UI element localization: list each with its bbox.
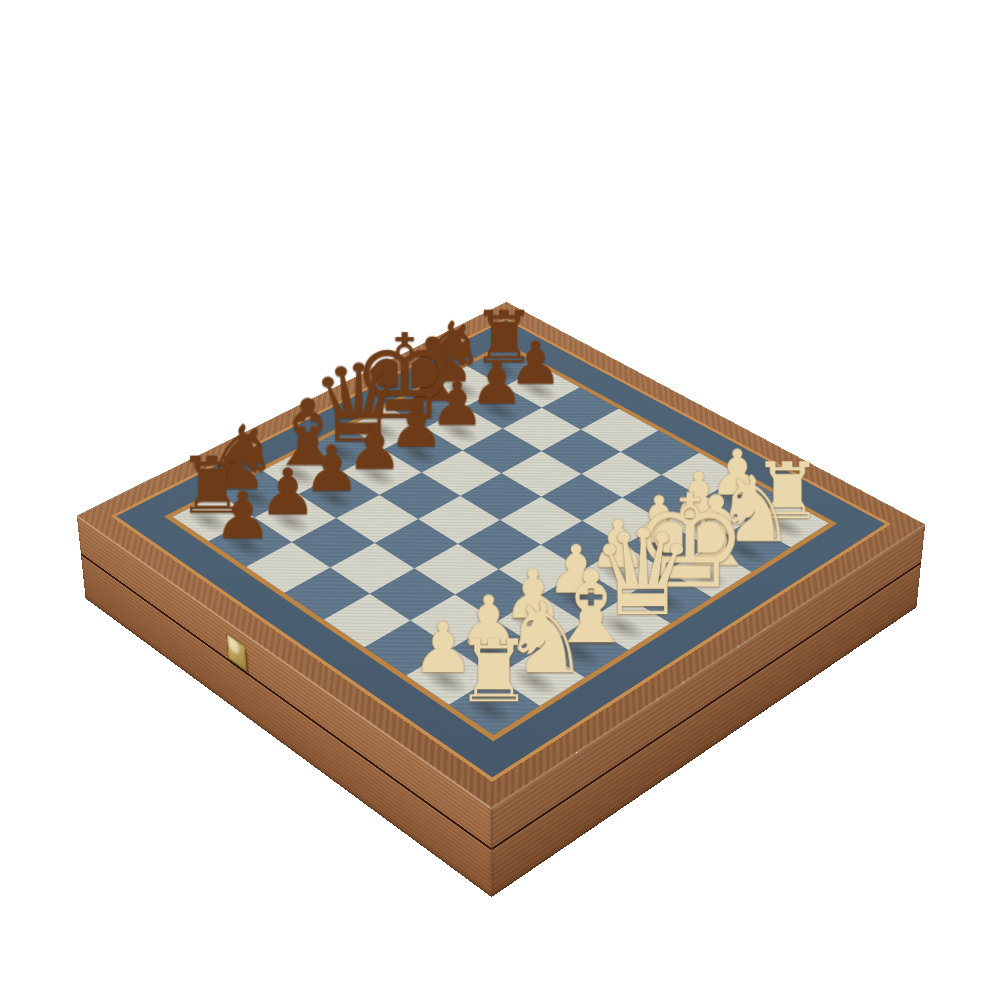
board-top-walnut-frame: ♜♟♟♜♞♟♟♞♝♟♟♝♚♟♟♚♛♟♟♛♝♟♟♝♞♟♟♞♜♟♟♜	[77, 302, 925, 808]
scene: ♜♟♟♜♞♟♟♞♝♟♟♝♚♟♟♚♛♟♟♛♝♟♟♝♞♟♟♞♜♟♟♜	[0, 0, 1000, 1000]
blue-leatherette-margin: ♜♟♟♜♞♟♟♞♝♟♟♝♚♟♟♚♛♟♟♛♝♟♟♝♞♟♟♞♜♟♟♜	[111, 317, 892, 781]
piece-black-pawn[interactable]: ♟	[214, 487, 273, 545]
brass-clasp[interactable]	[226, 632, 247, 672]
square-a1[interactable]: ♜	[449, 677, 539, 735]
piece-white-rook[interactable]: ♜	[455, 632, 519, 710]
chess-box: ♜♟♟♜♞♟♟♞♝♟♟♝♚♟♟♚♛♟♟♛♝♟♟♝♞♟♟♞♜♟♟♜	[77, 302, 925, 808]
